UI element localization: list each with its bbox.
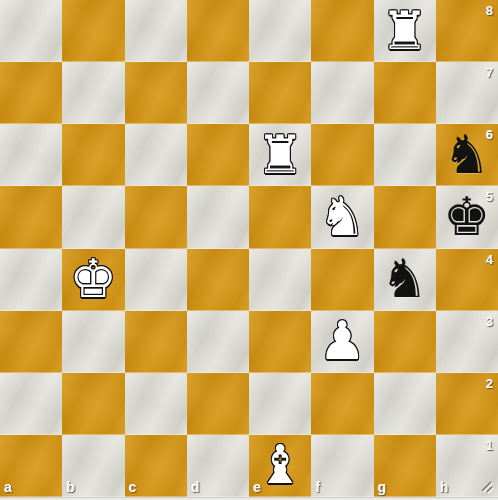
square-h4[interactable]: 4: [436, 249, 498, 311]
square-f5[interactable]: ♞: [311, 186, 373, 248]
square-h5[interactable]: ♚5: [436, 186, 498, 248]
square-e6[interactable]: ♜: [249, 124, 311, 186]
square-g5[interactable]: [374, 186, 436, 248]
square-b6[interactable]: [62, 124, 124, 186]
file-label-c: c: [129, 479, 137, 495]
square-h2[interactable]: 2: [436, 373, 498, 435]
square-f8[interactable]: [311, 0, 373, 62]
chess-board-window: ♜87♜♞6♞♚5♚♞4♟32abcd♝efgh1: [0, 0, 498, 500]
square-a1[interactable]: a: [0, 435, 62, 497]
piece-black-knight[interactable]: ♞: [381, 252, 429, 305]
square-c5[interactable]: [125, 186, 187, 248]
square-e4[interactable]: [249, 249, 311, 311]
square-a2[interactable]: [0, 373, 62, 435]
rank-label-5: 5: [486, 189, 493, 204]
square-b5[interactable]: [62, 186, 124, 248]
square-h7[interactable]: 7: [436, 62, 498, 124]
square-d5[interactable]: [187, 186, 249, 248]
square-h6[interactable]: ♞6: [436, 124, 498, 186]
square-a3[interactable]: [0, 311, 62, 373]
rank-label-6: 6: [486, 127, 493, 142]
square-d3[interactable]: [187, 311, 249, 373]
square-g2[interactable]: [374, 373, 436, 435]
square-f6[interactable]: [311, 124, 373, 186]
piece-white-rook[interactable]: ♜: [256, 128, 304, 181]
square-c7[interactable]: [125, 62, 187, 124]
piece-black-king[interactable]: ♚: [443, 190, 491, 243]
square-b4[interactable]: ♚: [62, 249, 124, 311]
square-g7[interactable]: [374, 62, 436, 124]
square-f3[interactable]: ♟: [311, 311, 373, 373]
square-e8[interactable]: [249, 0, 311, 62]
square-c3[interactable]: [125, 311, 187, 373]
square-c4[interactable]: [125, 249, 187, 311]
square-e7[interactable]: [249, 62, 311, 124]
resize-grip-icon[interactable]: [479, 479, 495, 495]
square-a4[interactable]: [0, 249, 62, 311]
rank-label-8: 8: [486, 3, 493, 18]
square-f7[interactable]: [311, 62, 373, 124]
file-label-b: b: [66, 479, 75, 495]
square-c8[interactable]: [125, 0, 187, 62]
piece-white-rook[interactable]: ♜: [381, 4, 429, 57]
square-f4[interactable]: [311, 249, 373, 311]
square-e5[interactable]: [249, 186, 311, 248]
square-f1[interactable]: f: [311, 435, 373, 497]
square-h3[interactable]: 3: [436, 311, 498, 373]
square-e3[interactable]: [249, 311, 311, 373]
square-g8[interactable]: ♜: [374, 0, 436, 62]
square-c2[interactable]: [125, 373, 187, 435]
square-d8[interactable]: [187, 0, 249, 62]
file-label-d: d: [191, 479, 200, 495]
square-b8[interactable]: [62, 0, 124, 62]
piece-white-knight[interactable]: ♞: [319, 190, 367, 243]
square-b3[interactable]: [62, 311, 124, 373]
square-f2[interactable]: [311, 373, 373, 435]
square-h8[interactable]: 8: [436, 0, 498, 62]
file-label-a: a: [4, 479, 12, 495]
rank-label-2: 2: [486, 376, 493, 391]
piece-black-knight[interactable]: ♞: [443, 128, 491, 181]
square-a5[interactable]: [0, 186, 62, 248]
square-c1[interactable]: c: [125, 435, 187, 497]
square-e2[interactable]: [249, 373, 311, 435]
square-b1[interactable]: b: [62, 435, 124, 497]
square-b7[interactable]: [62, 62, 124, 124]
square-a8[interactable]: [0, 0, 62, 62]
square-d4[interactable]: [187, 249, 249, 311]
square-g3[interactable]: [374, 311, 436, 373]
square-d2[interactable]: [187, 373, 249, 435]
chess-board: ♜87♜♞6♞♚5♚♞4♟32abcd♝efgh1: [0, 0, 498, 497]
rank-label-1: 1: [486, 438, 493, 453]
square-b2[interactable]: [62, 373, 124, 435]
square-d1[interactable]: d: [187, 435, 249, 497]
square-a7[interactable]: [0, 62, 62, 124]
rank-label-3: 3: [486, 314, 493, 329]
square-d6[interactable]: [187, 124, 249, 186]
file-label-e: e: [253, 479, 261, 495]
square-g6[interactable]: [374, 124, 436, 186]
file-label-g: g: [378, 479, 387, 495]
file-label-h: h: [440, 479, 449, 495]
square-g1[interactable]: g: [374, 435, 436, 497]
rank-label-7: 7: [486, 65, 493, 80]
piece-white-king[interactable]: ♚: [70, 252, 118, 305]
square-a6[interactable]: [0, 124, 62, 186]
square-g4[interactable]: ♞: [374, 249, 436, 311]
file-label-f: f: [315, 479, 320, 495]
square-e1[interactable]: ♝e: [249, 435, 311, 497]
square-d7[interactable]: [187, 62, 249, 124]
piece-white-pawn[interactable]: ♟: [319, 314, 367, 367]
piece-white-bishop[interactable]: ♝: [256, 438, 304, 491]
rank-label-4: 4: [486, 252, 493, 267]
square-c6[interactable]: [125, 124, 187, 186]
